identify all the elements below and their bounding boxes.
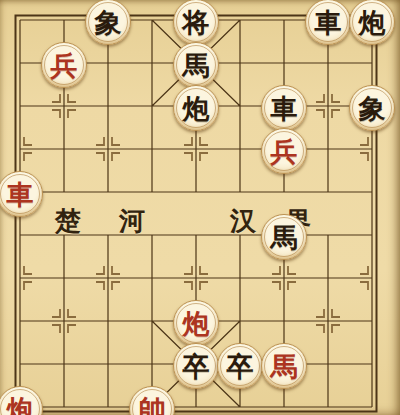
piece-red-general[interactable]: 帥 (129, 386, 175, 415)
piece-black-soldier[interactable]: 卒 (217, 343, 263, 389)
piece-glyph: 兵 (42, 43, 86, 87)
piece-glyph: 象 (350, 86, 394, 130)
piece-glyph: 炮 (0, 387, 42, 415)
piece-black-soldier[interactable]: 卒 (173, 343, 219, 389)
piece-black-horse[interactable]: 馬 (173, 42, 219, 88)
piece-red-cannon[interactable]: 炮 (173, 300, 219, 346)
piece-black-chariot[interactable]: 車 (305, 0, 351, 45)
piece-black-cannon[interactable]: 炮 (349, 0, 395, 45)
piece-glyph: 馬 (174, 43, 218, 87)
piece-black-horse[interactable]: 馬 (261, 214, 307, 260)
piece-glyph: 炮 (174, 301, 218, 345)
piece-glyph: 炮 (174, 86, 218, 130)
piece-red-cannon[interactable]: 炮 (0, 386, 43, 415)
piece-glyph: 車 (262, 86, 306, 130)
piece-glyph: 将 (174, 0, 218, 44)
piece-black-chariot[interactable]: 車 (261, 85, 307, 131)
piece-glyph: 車 (0, 172, 42, 216)
piece-black-general[interactable]: 将 (173, 0, 219, 45)
piece-glyph: 炮 (350, 0, 394, 44)
piece-glyph: 帥 (130, 387, 174, 415)
piece-red-chariot[interactable]: 車 (0, 171, 43, 217)
piece-red-horse[interactable]: 馬 (261, 343, 307, 389)
piece-glyph: 兵 (262, 129, 306, 173)
piece-red-soldier[interactable]: 兵 (261, 128, 307, 174)
piece-glyph: 象 (86, 0, 130, 44)
piece-black-cannon[interactable]: 炮 (173, 85, 219, 131)
pieces-layer: 象将車炮兵馬炮車象兵車馬炮卒卒馬炮帥 (0, 0, 400, 415)
piece-red-soldier[interactable]: 兵 (41, 42, 87, 88)
piece-black-elephant[interactable]: 象 (349, 85, 395, 131)
xiangqi-board[interactable]: 楚河 汉界 象将車炮兵馬炮車象兵車馬炮卒卒馬炮帥 (0, 0, 400, 415)
piece-black-elephant[interactable]: 象 (85, 0, 131, 45)
piece-glyph: 馬 (262, 344, 306, 388)
piece-glyph: 馬 (262, 215, 306, 259)
piece-glyph: 卒 (218, 344, 262, 388)
piece-glyph: 車 (306, 0, 350, 44)
piece-glyph: 卒 (174, 344, 218, 388)
